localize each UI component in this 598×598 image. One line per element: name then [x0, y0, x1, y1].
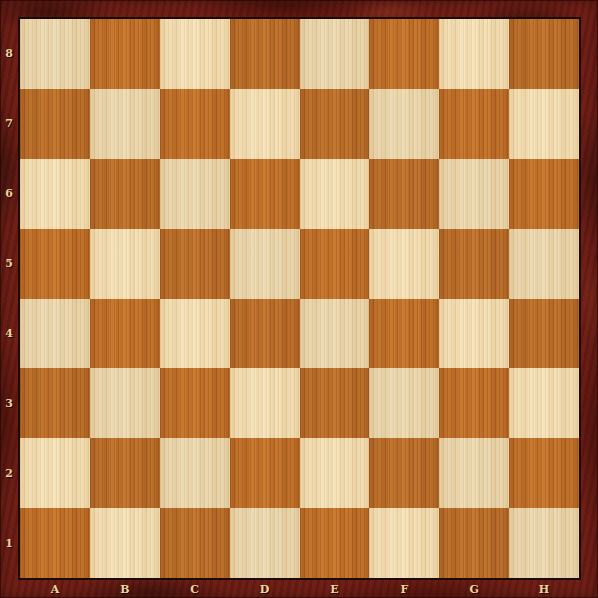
square-g1[interactable] [439, 508, 509, 578]
square-g3[interactable] [439, 368, 509, 438]
square-b3[interactable] [90, 368, 160, 438]
square-d8[interactable] [230, 19, 300, 89]
square-h2[interactable] [509, 438, 579, 508]
chess-board [18, 17, 581, 580]
square-b5[interactable] [90, 229, 160, 299]
square-g6[interactable] [439, 159, 509, 229]
square-a5[interactable] [20, 229, 90, 299]
square-a8[interactable] [20, 19, 90, 89]
square-a7[interactable] [20, 89, 90, 159]
file-label-h: H [509, 580, 579, 598]
square-h6[interactable] [509, 159, 579, 229]
square-g8[interactable] [439, 19, 509, 89]
square-c2[interactable] [160, 438, 230, 508]
square-c4[interactable] [160, 299, 230, 369]
square-d4[interactable] [230, 299, 300, 369]
square-d1[interactable] [230, 508, 300, 578]
file-label-e: E [300, 580, 370, 598]
square-b6[interactable] [90, 159, 160, 229]
square-b1[interactable] [90, 508, 160, 578]
rank-label-5: 5 [0, 229, 18, 299]
square-e8[interactable] [300, 19, 370, 89]
square-e2[interactable] [300, 438, 370, 508]
square-e1[interactable] [300, 508, 370, 578]
square-b7[interactable] [90, 89, 160, 159]
file-label-a: A [20, 580, 90, 598]
square-e7[interactable] [300, 89, 370, 159]
square-a1[interactable] [20, 508, 90, 578]
square-c7[interactable] [160, 89, 230, 159]
square-a2[interactable] [20, 438, 90, 508]
rank-label-8: 8 [0, 19, 18, 89]
square-c6[interactable] [160, 159, 230, 229]
square-g4[interactable] [439, 299, 509, 369]
square-f1[interactable] [369, 508, 439, 578]
square-e5[interactable] [300, 229, 370, 299]
file-label-f: F [369, 580, 439, 598]
square-c8[interactable] [160, 19, 230, 89]
square-g2[interactable] [439, 438, 509, 508]
square-h1[interactable] [509, 508, 579, 578]
square-e4[interactable] [300, 299, 370, 369]
square-h8[interactable] [509, 19, 579, 89]
file-label-c: C [160, 580, 230, 598]
square-b2[interactable] [90, 438, 160, 508]
square-d5[interactable] [230, 229, 300, 299]
square-g7[interactable] [439, 89, 509, 159]
file-label-g: G [439, 580, 509, 598]
square-f5[interactable] [369, 229, 439, 299]
square-f7[interactable] [369, 89, 439, 159]
square-c1[interactable] [160, 508, 230, 578]
square-c5[interactable] [160, 229, 230, 299]
square-f6[interactable] [369, 159, 439, 229]
square-a6[interactable] [20, 159, 90, 229]
square-d7[interactable] [230, 89, 300, 159]
square-g5[interactable] [439, 229, 509, 299]
square-h7[interactable] [509, 89, 579, 159]
square-e3[interactable] [300, 368, 370, 438]
rank-label-6: 6 [0, 159, 18, 229]
rank-label-1: 1 [0, 508, 18, 578]
square-c3[interactable] [160, 368, 230, 438]
rank-label-2: 2 [0, 438, 18, 508]
square-h5[interactable] [509, 229, 579, 299]
rank-labels: 87654321 [0, 19, 18, 578]
square-f8[interactable] [369, 19, 439, 89]
square-d2[interactable] [230, 438, 300, 508]
square-f4[interactable] [369, 299, 439, 369]
rank-label-7: 7 [0, 89, 18, 159]
rank-label-4: 4 [0, 299, 18, 369]
square-a3[interactable] [20, 368, 90, 438]
square-h4[interactable] [509, 299, 579, 369]
square-f2[interactable] [369, 438, 439, 508]
square-f3[interactable] [369, 368, 439, 438]
square-b8[interactable] [90, 19, 160, 89]
square-a4[interactable] [20, 299, 90, 369]
square-e6[interactable] [300, 159, 370, 229]
file-labels: ABCDEFGH [20, 580, 579, 598]
square-d3[interactable] [230, 368, 300, 438]
square-d6[interactable] [230, 159, 300, 229]
square-b4[interactable] [90, 299, 160, 369]
square-h3[interactable] [509, 368, 579, 438]
file-label-b: B [90, 580, 160, 598]
file-label-d: D [230, 580, 300, 598]
rank-label-3: 3 [0, 368, 18, 438]
chessboard-frame: 87654321 ABCDEFGH [0, 0, 598, 598]
